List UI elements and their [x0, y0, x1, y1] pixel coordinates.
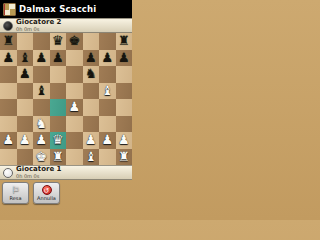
square-f4[interactable] — [83, 99, 100, 116]
square-d1[interactable]: ♜ — [50, 149, 67, 166]
black-queen-piece: ♛ — [52, 33, 64, 50]
white-queen-piece: ♛ — [52, 132, 64, 149]
title-bar: Dalmax Scacchi — [0, 0, 132, 18]
black-pawn-piece: ♟ — [52, 50, 64, 67]
player-bar-top: Giocatore 2 0h 0m 0s — [0, 18, 132, 33]
square-c4[interactable] — [33, 99, 50, 116]
square-b6[interactable]: ♟ — [17, 66, 34, 83]
square-d6[interactable] — [50, 66, 67, 83]
square-h5[interactable] — [116, 83, 133, 100]
square-h4[interactable] — [116, 99, 133, 116]
square-c3[interactable]: ♞ — [33, 116, 50, 133]
square-d8[interactable]: ♛ — [50, 33, 67, 50]
square-d3[interactable] — [50, 116, 67, 133]
square-b5[interactable] — [17, 83, 34, 100]
white-rook-piece: ♜ — [52, 149, 64, 166]
square-d2[interactable]: ♛ — [50, 132, 67, 149]
square-a7[interactable]: ♟ — [0, 50, 17, 67]
square-e1[interactable] — [66, 149, 83, 166]
square-c1[interactable]: ♚ — [33, 149, 50, 166]
square-e3[interactable] — [66, 116, 83, 133]
square-f2[interactable]: ♟ — [83, 132, 100, 149]
square-h2[interactable]: ♟ — [116, 132, 133, 149]
white-rook-piece: ♜ — [118, 149, 130, 166]
square-c6[interactable] — [33, 66, 50, 83]
square-d7[interactable]: ♟ — [50, 50, 67, 67]
white-pawn-piece: ♟ — [2, 132, 14, 149]
black-bishop-piece: ♝ — [19, 50, 31, 67]
square-f6[interactable]: ♞ — [83, 66, 100, 83]
white-pawn-piece: ♟ — [35, 132, 47, 149]
black-knight-piece: ♞ — [85, 66, 97, 83]
square-d5[interactable] — [50, 83, 67, 100]
black-pawn-piece: ♟ — [101, 50, 113, 67]
square-b1[interactable] — [17, 149, 34, 166]
action-buttons: ⚐ Resa ↺ Annulla — [2, 182, 60, 204]
square-b7[interactable]: ♝ — [17, 50, 34, 67]
square-a6[interactable] — [0, 66, 17, 83]
square-b2[interactable]: ♟ — [17, 132, 34, 149]
square-f1[interactable]: ♝ — [83, 149, 100, 166]
square-h8[interactable]: ♜ — [116, 33, 133, 50]
square-e6[interactable] — [66, 66, 83, 83]
square-e5[interactable] — [66, 83, 83, 100]
black-king-piece: ♚ — [68, 33, 80, 50]
square-d4[interactable] — [50, 99, 67, 116]
white-bishop-piece: ♝ — [101, 83, 113, 100]
white-pawn-piece: ♟ — [68, 99, 80, 116]
square-a2[interactable]: ♟ — [0, 132, 17, 149]
square-g5[interactable]: ♝ — [99, 83, 116, 100]
square-g6[interactable] — [99, 66, 116, 83]
resign-button[interactable]: ⚐ Resa — [2, 182, 29, 204]
undo-button-label: Annulla — [37, 196, 56, 201]
square-a8[interactable]: ♜ — [0, 33, 17, 50]
player2-clock: 0h 0m 0s — [16, 27, 62, 32]
resign-button-label: Resa — [10, 196, 22, 201]
square-h1[interactable]: ♜ — [116, 149, 133, 166]
square-g2[interactable]: ♟ — [99, 132, 116, 149]
black-pawn-piece: ♟ — [19, 66, 31, 83]
player-bar-bottom: Giocatore 1 0h 0m 0s — [0, 165, 132, 180]
white-king-piece: ♚ — [35, 149, 47, 166]
white-flag-icon: ⚐ — [11, 186, 19, 195]
square-a4[interactable] — [0, 99, 17, 116]
square-e2[interactable] — [66, 132, 83, 149]
square-h6[interactable] — [116, 66, 133, 83]
player1-clock: 0h 0m 0s — [16, 174, 62, 179]
black-bishop-piece: ♝ — [35, 83, 47, 100]
square-a5[interactable] — [0, 83, 17, 100]
square-b4[interactable] — [17, 99, 34, 116]
white-bishop-piece: ♝ — [85, 149, 97, 166]
black-pawn-piece: ♟ — [85, 50, 97, 67]
square-g8[interactable] — [99, 33, 116, 50]
black-pawn-piece: ♟ — [118, 50, 130, 67]
white-pawn-piece: ♟ — [101, 132, 113, 149]
player1-name: Giocatore 1 — [16, 166, 62, 173]
square-g4[interactable] — [99, 99, 116, 116]
square-h7[interactable]: ♟ — [116, 50, 133, 67]
square-e4[interactable]: ♟ — [66, 99, 83, 116]
black-rook-piece: ♜ — [2, 33, 14, 50]
white-pawn-piece: ♟ — [85, 132, 97, 149]
square-c8[interactable] — [33, 33, 50, 50]
player2-avatar — [3, 21, 13, 31]
undo-icon: ↺ — [42, 185, 52, 195]
player2-name: Giocatore 2 — [16, 19, 62, 26]
square-e8[interactable]: ♚ — [66, 33, 83, 50]
white-pawn-piece: ♟ — [118, 132, 130, 149]
app-icon — [3, 3, 16, 16]
square-b3[interactable] — [17, 116, 34, 133]
black-pawn-piece: ♟ — [35, 50, 47, 67]
white-knight-piece: ♞ — [35, 116, 47, 133]
square-f8[interactable] — [83, 33, 100, 50]
square-c7[interactable]: ♟ — [33, 50, 50, 67]
chess-board: ♜♛♚♜♟♝♟♟♟♟♟♟♞♝♝♟♞♟♟♟♛♟♟♟♚♜♝♜ — [0, 33, 132, 165]
square-a1[interactable] — [0, 149, 17, 166]
black-pawn-piece: ♟ — [2, 50, 14, 67]
square-c5[interactable]: ♝ — [33, 83, 50, 100]
square-f3[interactable] — [83, 116, 100, 133]
player1-avatar — [3, 168, 13, 178]
square-e7[interactable] — [66, 50, 83, 67]
square-f5[interactable] — [83, 83, 100, 100]
undo-button[interactable]: ↺ Annulla — [33, 182, 60, 204]
app-title: Dalmax Scacchi — [19, 4, 96, 14]
square-h3[interactable] — [116, 116, 133, 133]
square-g7[interactable]: ♟ — [99, 50, 116, 67]
black-rook-piece: ♜ — [118, 33, 130, 50]
square-b8[interactable] — [17, 33, 34, 50]
square-a3[interactable] — [0, 116, 17, 133]
square-g3[interactable] — [99, 116, 116, 133]
square-g1[interactable] — [99, 149, 116, 166]
white-pawn-piece: ♟ — [19, 132, 31, 149]
square-c2[interactable]: ♟ — [33, 132, 50, 149]
square-f7[interactable]: ♟ — [83, 50, 100, 67]
